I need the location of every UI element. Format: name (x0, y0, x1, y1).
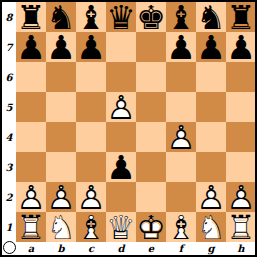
square-b7[interactable]: ♟ (46, 32, 76, 62)
piece-black-pawn: ♟ (16, 32, 46, 62)
piece-white-rook: ♜♖ (226, 212, 256, 242)
square-g6[interactable] (196, 62, 226, 92)
piece-outline-glyph: ♖ (226, 212, 256, 242)
piece-outline-glyph: ♔ (136, 212, 166, 242)
square-c7[interactable]: ♟ (76, 32, 106, 62)
piece-black-pawn: ♟ (196, 32, 226, 62)
square-f4[interactable]: ♟♙ (166, 122, 196, 152)
square-d1[interactable]: ♛♕ (106, 212, 136, 242)
square-e6[interactable] (136, 62, 166, 92)
piece-outline-glyph: ♗ (76, 212, 106, 242)
square-h1[interactable]: ♜♖ (226, 212, 256, 242)
rank-labels: 87654321 (2, 2, 16, 242)
rank-label-5: 5 (2, 92, 16, 122)
piece-white-knight: ♞♘ (196, 212, 226, 242)
square-a4[interactable] (16, 122, 46, 152)
rank-label-8: 8 (2, 2, 16, 32)
piece-outline-glyph: ♙ (106, 92, 136, 122)
piece-white-bishop: ♝♗ (166, 212, 196, 242)
square-h4[interactable] (226, 122, 256, 152)
square-d3[interactable]: ♟ (106, 152, 136, 182)
piece-black-pawn: ♟ (226, 32, 256, 62)
piece-outline-glyph: ♘ (196, 212, 226, 242)
square-h6[interactable] (226, 62, 256, 92)
board: ♜♞♝♛♚♝♞♜♟♟♟♟♟♟♟♙♟♙♟♟♙♟♙♟♙♟♙♟♙♜♖♞♘♝♗♛♕♚♔♝… (16, 2, 256, 242)
square-b1[interactable]: ♞♘ (46, 212, 76, 242)
piece-black-pawn: ♟ (106, 152, 136, 182)
square-f1[interactable]: ♝♗ (166, 212, 196, 242)
piece-outline-glyph: ♖ (16, 212, 46, 242)
rank-label-6: 6 (2, 62, 16, 92)
piece-white-pawn: ♟♙ (106, 92, 136, 122)
piece-outline-glyph: ♘ (46, 212, 76, 242)
piece-outline-glyph: ♗ (166, 212, 196, 242)
square-g4[interactable] (196, 122, 226, 152)
square-e5[interactable] (136, 92, 166, 122)
square-g5[interactable] (196, 92, 226, 122)
chess-board-diagram: 87654321 ♜♞♝♛♚♝♞♜♟♟♟♟♟♟♟♙♟♙♟♟♙♟♙♟♙♟♙♟♙♜♖… (0, 0, 257, 257)
piece-outline-glyph: ♙ (166, 122, 196, 152)
file-label-f: f (166, 242, 196, 255)
square-g7[interactable]: ♟ (196, 32, 226, 62)
square-c4[interactable] (76, 122, 106, 152)
file-label-b: b (46, 242, 76, 255)
square-c6[interactable] (76, 62, 106, 92)
square-b6[interactable] (46, 62, 76, 92)
square-e3[interactable] (136, 152, 166, 182)
piece-white-bishop: ♝♗ (76, 212, 106, 242)
piece-white-pawn: ♟♙ (166, 122, 196, 152)
file-label-e: e (136, 242, 166, 255)
square-a1[interactable]: ♜♖ (16, 212, 46, 242)
white-to-move-indicator (3, 241, 16, 254)
square-f7[interactable]: ♟ (166, 32, 196, 62)
square-b5[interactable] (46, 92, 76, 122)
file-label-d: d (106, 242, 136, 255)
rank-label-3: 3 (2, 152, 16, 182)
piece-white-queen: ♛♕ (106, 212, 136, 242)
square-e1[interactable]: ♚♔ (136, 212, 166, 242)
square-e8[interactable]: ♚ (136, 2, 166, 32)
square-c5[interactable] (76, 92, 106, 122)
piece-white-knight: ♞♘ (46, 212, 76, 242)
file-label-c: c (76, 242, 106, 255)
file-label-g: g (196, 242, 226, 255)
piece-outline-glyph: ♕ (106, 212, 136, 242)
square-a5[interactable] (16, 92, 46, 122)
square-g1[interactable]: ♞♘ (196, 212, 226, 242)
square-h7[interactable]: ♟ (226, 32, 256, 62)
square-h5[interactable] (226, 92, 256, 122)
square-e7[interactable] (136, 32, 166, 62)
square-e4[interactable] (136, 122, 166, 152)
square-d5[interactable]: ♟♙ (106, 92, 136, 122)
piece-white-rook: ♜♖ (16, 212, 46, 242)
square-d7[interactable] (106, 32, 136, 62)
piece-black-pawn: ♟ (166, 32, 196, 62)
piece-black-pawn: ♟ (76, 32, 106, 62)
square-a6[interactable] (16, 62, 46, 92)
piece-black-king: ♚ (136, 2, 166, 32)
square-c1[interactable]: ♝♗ (76, 212, 106, 242)
rank-label-1: 1 (2, 212, 16, 242)
file-labels: abcdefgh (16, 242, 256, 255)
square-b4[interactable] (46, 122, 76, 152)
piece-black-pawn: ♟ (46, 32, 76, 62)
square-f6[interactable] (166, 62, 196, 92)
square-f3[interactable] (166, 152, 196, 182)
file-label-a: a (16, 242, 46, 255)
square-d8[interactable]: ♛ (106, 2, 136, 32)
file-label-h: h (226, 242, 256, 255)
rank-label-7: 7 (2, 32, 16, 62)
piece-black-queen: ♛ (106, 2, 136, 32)
square-a7[interactable]: ♟ (16, 32, 46, 62)
piece-white-king: ♚♔ (136, 212, 166, 242)
rank-label-4: 4 (2, 122, 16, 152)
rank-label-2: 2 (2, 182, 16, 212)
